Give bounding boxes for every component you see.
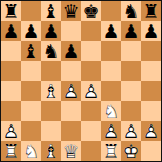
piece-white-pawn[interactable]: ♟♙	[121, 121, 141, 141]
piece-outline-layer: ♖	[1, 141, 21, 161]
square-c7[interactable]: ♟	[41, 21, 61, 41]
piece-black-pawn[interactable]: ♟	[41, 21, 61, 41]
square-a2[interactable]: ♟♙	[1, 121, 21, 141]
square-b1[interactable]: ♞♘	[21, 141, 41, 161]
square-e1[interactable]	[81, 141, 101, 161]
square-h6[interactable]	[141, 41, 161, 61]
piece-white-pawn[interactable]: ♟♙	[1, 121, 21, 141]
square-h2[interactable]: ♟♙	[141, 121, 161, 141]
piece-outline-layer: ♗	[41, 141, 61, 161]
piece-black-pawn[interactable]: ♟	[101, 21, 121, 41]
piece-black-pawn[interactable]: ♟	[21, 21, 41, 41]
piece-white-pawn[interactable]: ♟♙	[101, 121, 121, 141]
square-d4[interactable]: ♟♙	[61, 81, 81, 101]
square-e6[interactable]	[81, 41, 101, 61]
square-a8[interactable]: ♜	[1, 1, 21, 21]
square-f2[interactable]: ♟♙	[101, 121, 121, 141]
piece-black-pawn[interactable]: ♟	[121, 21, 141, 41]
square-g1[interactable]: ♚♔	[121, 141, 141, 161]
square-c4[interactable]: ♝♗	[41, 81, 61, 101]
square-d1[interactable]: ♛♕	[61, 141, 81, 161]
piece-black-pawn[interactable]: ♟	[1, 21, 21, 41]
square-f8[interactable]	[101, 1, 121, 21]
piece-outline-layer: ♙	[101, 121, 121, 141]
piece-white-bishop[interactable]: ♝♗	[41, 81, 61, 101]
square-b6[interactable]: ♝	[21, 41, 41, 61]
piece-black-king[interactable]: ♚	[81, 1, 101, 21]
square-b4[interactable]	[21, 81, 41, 101]
square-d2[interactable]	[61, 121, 81, 141]
square-e5[interactable]	[81, 61, 101, 81]
piece-black-knight[interactable]: ♞	[121, 1, 141, 21]
piece-white-knight[interactable]: ♞♘	[101, 101, 121, 121]
square-h1[interactable]	[141, 141, 161, 161]
square-g2[interactable]: ♟♙	[121, 121, 141, 141]
square-c1[interactable]: ♝♗	[41, 141, 61, 161]
piece-black-pawn[interactable]: ♟	[61, 41, 81, 61]
piece-black-rook[interactable]: ♜	[141, 1, 161, 21]
piece-white-knight[interactable]: ♞♘	[21, 141, 41, 161]
square-g7[interactable]: ♟	[121, 21, 141, 41]
square-f5[interactable]	[101, 61, 121, 81]
square-e3[interactable]	[81, 101, 101, 121]
piece-black-bishop[interactable]: ♝	[41, 1, 61, 21]
square-b8[interactable]	[21, 1, 41, 21]
piece-white-pawn[interactable]: ♟♙	[61, 81, 81, 101]
piece-black-pawn[interactable]: ♟	[141, 21, 161, 41]
piece-black-knight[interactable]: ♞	[41, 41, 61, 61]
piece-outline-layer: ♙	[81, 81, 101, 101]
piece-white-pawn[interactable]: ♟♙	[141, 121, 161, 141]
square-g5[interactable]	[121, 61, 141, 81]
piece-outline-layer: ♔	[121, 141, 141, 161]
square-f7[interactable]: ♟	[101, 21, 121, 41]
square-g6[interactable]	[121, 41, 141, 61]
piece-outline-layer: ♙	[61, 81, 81, 101]
piece-outline-layer: ♕	[61, 141, 81, 161]
piece-black-queen[interactable]: ♛	[61, 1, 81, 21]
square-h5[interactable]	[141, 61, 161, 81]
piece-outline-layer: ♙	[121, 121, 141, 141]
piece-outline-layer: ♙	[141, 121, 161, 141]
square-d5[interactable]	[61, 61, 81, 81]
piece-white-bishop[interactable]: ♝♗	[41, 141, 61, 161]
piece-black-rook[interactable]: ♜	[1, 1, 21, 21]
square-c3[interactable]	[41, 101, 61, 121]
square-e7[interactable]	[81, 21, 101, 41]
square-c5[interactable]	[41, 61, 61, 81]
square-h8[interactable]: ♜	[141, 1, 161, 21]
square-a4[interactable]	[1, 81, 21, 101]
square-b5[interactable]	[21, 61, 41, 81]
square-f4[interactable]	[101, 81, 121, 101]
square-c6[interactable]: ♞	[41, 41, 61, 61]
piece-white-pawn[interactable]: ♟♙	[81, 81, 101, 101]
square-h4[interactable]	[141, 81, 161, 101]
square-f3[interactable]: ♞♘	[101, 101, 121, 121]
square-b2[interactable]	[21, 121, 41, 141]
square-d8[interactable]: ♛	[61, 1, 81, 21]
chess-board: ♜♝♛♚♞♜♟♟♟♟♟♟♝♞♟♝♗♟♙♟♙♞♘♟♙♟♙♟♙♟♙♜♖♞♘♝♗♛♕♜…	[0, 0, 162, 162]
piece-outline-layer: ♘	[21, 141, 41, 161]
square-e2[interactable]	[81, 121, 101, 141]
square-g4[interactable]	[121, 81, 141, 101]
piece-white-king[interactable]: ♚♔	[121, 141, 141, 161]
piece-outline-layer: ♙	[1, 121, 21, 141]
square-d6[interactable]: ♟	[61, 41, 81, 61]
square-e8[interactable]: ♚	[81, 1, 101, 21]
piece-outline-layer: ♘	[101, 101, 121, 121]
square-c8[interactable]: ♝	[41, 1, 61, 21]
square-f6[interactable]	[101, 41, 121, 61]
square-a1[interactable]: ♜♖	[1, 141, 21, 161]
square-c2[interactable]	[41, 121, 61, 141]
square-a7[interactable]: ♟	[1, 21, 21, 41]
square-h7[interactable]: ♟	[141, 21, 161, 41]
piece-white-rook[interactable]: ♜♖	[101, 141, 121, 161]
square-h3[interactable]	[141, 101, 161, 121]
square-f1[interactable]: ♜♖	[101, 141, 121, 161]
piece-white-queen[interactable]: ♛♕	[61, 141, 81, 161]
square-e4[interactable]: ♟♙	[81, 81, 101, 101]
piece-outline-layer: ♖	[101, 141, 121, 161]
square-g8[interactable]: ♞	[121, 1, 141, 21]
square-a3[interactable]	[1, 101, 21, 121]
piece-black-bishop[interactable]: ♝	[21, 41, 41, 61]
square-b7[interactable]: ♟	[21, 21, 41, 41]
square-a6[interactable]	[1, 41, 21, 61]
piece-white-rook[interactable]: ♜♖	[1, 141, 21, 161]
square-a5[interactable]	[1, 61, 21, 81]
square-g3[interactable]	[121, 101, 141, 121]
square-b3[interactable]	[21, 101, 41, 121]
piece-outline-layer: ♗	[41, 81, 61, 101]
square-d3[interactable]	[61, 101, 81, 121]
square-d7[interactable]	[61, 21, 81, 41]
